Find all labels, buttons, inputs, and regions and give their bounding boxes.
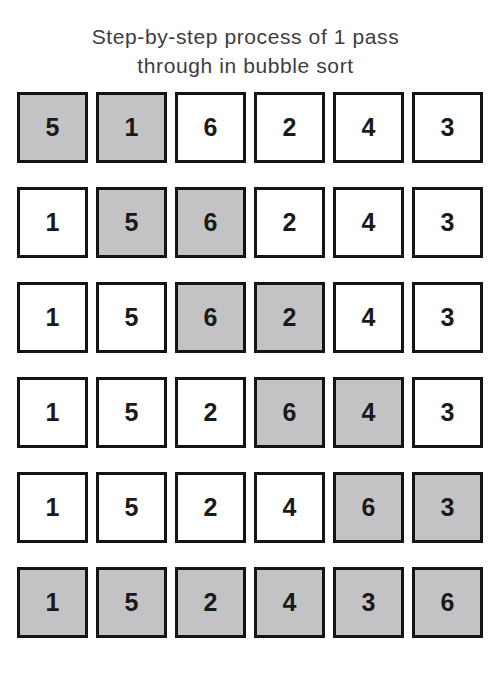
cell-r6c5: 3 [333,567,404,638]
bubble-sort-board: 516243156243156243152643152463152436 [0,92,491,638]
cell-r2c1: 1 [17,187,88,258]
cell-r5c5: 6 [333,472,404,543]
cell-r1c4: 2 [254,92,325,163]
page-title: Step-by-step process of 1 pass through i… [0,0,491,80]
page-title-line-1: Step-by-step process of 1 pass [0,22,491,51]
cell-r1c6: 3 [412,92,483,163]
cell-r3c4: 2 [254,282,325,353]
cell-r1c5: 4 [333,92,404,163]
cell-r2c4: 2 [254,187,325,258]
cell-r6c2: 5 [96,567,167,638]
cell-r3c3: 6 [175,282,246,353]
cell-r6c3: 2 [175,567,246,638]
cell-r4c3: 2 [175,377,246,448]
cell-r5c2: 5 [96,472,167,543]
cell-r3c6: 3 [412,282,483,353]
cell-r2c2: 5 [96,187,167,258]
cell-r5c3: 2 [175,472,246,543]
cell-r4c4: 6 [254,377,325,448]
cell-r1c3: 6 [175,92,246,163]
cell-r2c5: 4 [333,187,404,258]
cell-r6c1: 1 [17,567,88,638]
cell-r4c1: 1 [17,377,88,448]
cell-r4c5: 4 [333,377,404,448]
cell-r4c6: 3 [412,377,483,448]
cell-r5c6: 3 [412,472,483,543]
cell-r6c6: 6 [412,567,483,638]
cell-r1c1: 5 [17,92,88,163]
page-title-line-2: through in bubble sort [0,51,491,80]
cell-r5c1: 1 [17,472,88,543]
cell-r3c1: 1 [17,282,88,353]
cell-r3c2: 5 [96,282,167,353]
cell-r2c3: 6 [175,187,246,258]
cell-r4c2: 5 [96,377,167,448]
cell-r2c6: 3 [412,187,483,258]
cell-r1c2: 1 [96,92,167,163]
cell-r5c4: 4 [254,472,325,543]
cell-r6c4: 4 [254,567,325,638]
cell-r3c5: 4 [333,282,404,353]
